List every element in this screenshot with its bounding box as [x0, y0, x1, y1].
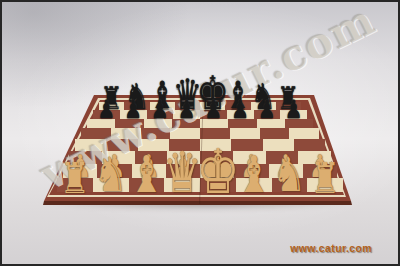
- piece-black-pawn-e7: ♟: [205, 97, 223, 122]
- piece-white-rook-h1: ♜: [310, 157, 340, 199]
- piece-black-pawn-c7: ♟: [151, 97, 169, 122]
- piece-black-pawn-b7: ♟: [124, 97, 142, 122]
- piece-white-bishop-f1: ♝: [236, 150, 271, 201]
- square-h5: [289, 128, 319, 139]
- piece-white-knight-g1: ♞: [273, 152, 307, 200]
- square-c5: [141, 128, 171, 139]
- piece-white-bishop-c1: ♝: [129, 150, 164, 201]
- piece-black-pawn-h7: ♟: [285, 97, 303, 122]
- product-photo: ♜♞♝♛♚♝♞♜♟♟♟♟♟♟♟♟♟♟♟♟♟♟♟♟♜♞♝♛♚♝♞♜ www.cat…: [0, 0, 400, 266]
- square-b5: [111, 128, 141, 139]
- piece-white-king-e1: ♚: [196, 140, 239, 202]
- piece-black-pawn-a7: ♟: [98, 97, 116, 122]
- square-a5: [81, 128, 111, 139]
- piece-white-rook-a1: ♜: [60, 157, 90, 199]
- piece-black-pawn-d7: ♟: [178, 97, 196, 122]
- piece-white-knight-b1: ♞: [94, 152, 128, 200]
- corner-watermark-text: www.catur.com: [290, 242, 372, 254]
- square-g5: [260, 128, 290, 139]
- piece-black-pawn-g7: ♟: [258, 97, 276, 122]
- piece-black-pawn-f7: ♟: [231, 97, 249, 122]
